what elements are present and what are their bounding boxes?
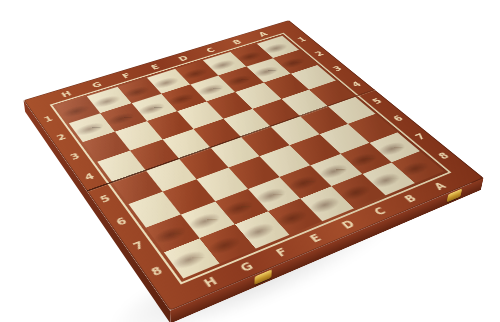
chess-board: HGFEDCBA HGFEDCBA 12345678 12345678 ♜♞♝♛… — [24, 20, 484, 311]
product-photo-stage: HGFEDCBA HGFEDCBA 12345678 12345678 ♜♞♝♛… — [0, 0, 500, 322]
brass-latch — [446, 189, 462, 203]
board-scene: HGFEDCBA HGFEDCBA 12345678 12345678 ♜♞♝♛… — [0, 0, 500, 322]
white-rook-glyph: ♜ — [139, 218, 244, 262]
